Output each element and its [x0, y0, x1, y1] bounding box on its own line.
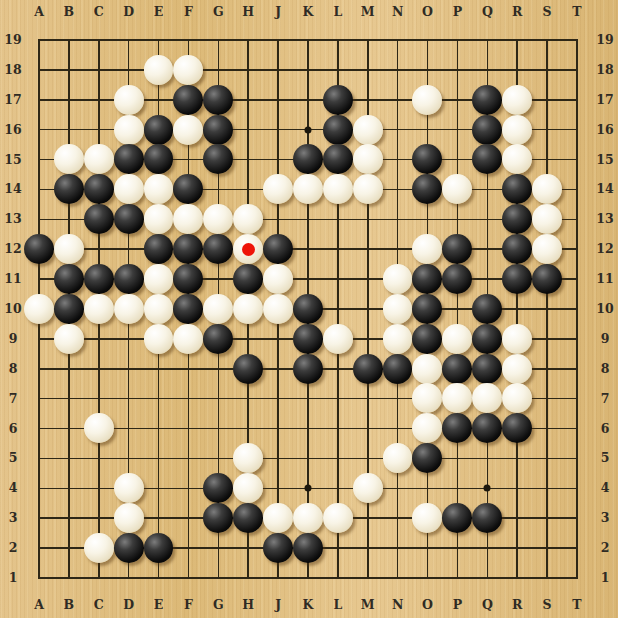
point-O4[interactable]: [412, 473, 442, 503]
coord-label-left-17: 17: [2, 92, 24, 108]
point-G2[interactable]: [203, 533, 233, 563]
point-S7[interactable]: [532, 384, 562, 414]
point-B7[interactable]: [54, 384, 84, 414]
point-T14[interactable]: [562, 174, 592, 204]
point-B3[interactable]: [54, 503, 84, 533]
point-R18[interactable]: [502, 55, 532, 85]
point-M1[interactable]: [353, 563, 383, 593]
point-M2[interactable]: [353, 533, 383, 563]
point-O18[interactable]: [412, 55, 442, 85]
point-E3[interactable]: [144, 503, 174, 533]
point-S5[interactable]: [532, 443, 562, 473]
coord-label-bottom-J: J: [267, 597, 289, 613]
coord-label-left-7: 7: [2, 391, 24, 407]
point-C7[interactable]: [84, 384, 114, 414]
point-F19[interactable]: [173, 25, 203, 55]
point-M19[interactable]: [353, 25, 383, 55]
point-C18[interactable]: [84, 55, 114, 85]
point-B13[interactable]: [54, 204, 84, 234]
point-K16[interactable]: [293, 115, 323, 145]
point-A8[interactable]: [24, 354, 54, 384]
point-A13[interactable]: [24, 204, 54, 234]
coord-label-right-6: 6: [594, 421, 616, 437]
point-P5[interactable]: [442, 443, 472, 473]
point-E1[interactable]: [144, 563, 174, 593]
point-R3[interactable]: [502, 503, 532, 533]
point-F7[interactable]: [173, 384, 203, 414]
point-H13: [233, 204, 263, 234]
point-S9[interactable]: [532, 324, 562, 354]
point-P15[interactable]: [442, 145, 472, 175]
point-P1[interactable]: [442, 563, 472, 593]
point-F6[interactable]: [173, 413, 203, 443]
point-K5[interactable]: [293, 443, 323, 473]
point-M12[interactable]: [353, 234, 383, 264]
point-D7[interactable]: [114, 384, 144, 414]
point-D18[interactable]: [114, 55, 144, 85]
point-L10[interactable]: [323, 294, 353, 324]
point-B5[interactable]: [54, 443, 84, 473]
point-S10[interactable]: [532, 294, 562, 324]
point-D11: [114, 264, 144, 294]
coord-label-bottom-G: G: [207, 597, 229, 613]
point-G19[interactable]: [203, 25, 233, 55]
point-L11[interactable]: [323, 264, 353, 294]
point-N3[interactable]: [383, 503, 413, 533]
point-C2: [84, 533, 114, 563]
point-D9[interactable]: [114, 324, 144, 354]
point-Q1[interactable]: [472, 563, 502, 593]
point-L5[interactable]: [323, 443, 353, 473]
point-H1[interactable]: [233, 563, 263, 593]
point-N16[interactable]: [383, 115, 413, 145]
point-B8[interactable]: [54, 354, 84, 384]
point-J18[interactable]: [263, 55, 293, 85]
coord-label-top-H: H: [237, 4, 259, 20]
point-H14[interactable]: [233, 174, 263, 204]
point-Q19[interactable]: [472, 25, 502, 55]
coord-label-left-18: 18: [2, 62, 24, 78]
point-B18[interactable]: [54, 55, 84, 85]
point-M5[interactable]: [353, 443, 383, 473]
point-L18[interactable]: [323, 55, 353, 85]
point-J5[interactable]: [263, 443, 293, 473]
point-G14[interactable]: [203, 174, 233, 204]
point-K18[interactable]: [293, 55, 323, 85]
point-R9: [502, 324, 532, 354]
point-L4[interactable]: [323, 473, 353, 503]
point-Q2[interactable]: [472, 533, 502, 563]
point-E8[interactable]: [144, 354, 174, 384]
point-F8[interactable]: [173, 354, 203, 384]
point-Q16: [472, 115, 502, 145]
point-E4[interactable]: [144, 473, 174, 503]
point-O6: [412, 413, 442, 443]
point-F5[interactable]: [173, 443, 203, 473]
point-T1[interactable]: [562, 563, 592, 593]
point-D8[interactable]: [114, 354, 144, 384]
point-G1[interactable]: [203, 563, 233, 593]
point-S4[interactable]: [532, 473, 562, 503]
point-M3[interactable]: [353, 503, 383, 533]
point-G18[interactable]: [203, 55, 233, 85]
point-M13[interactable]: [353, 204, 383, 234]
point-E7[interactable]: [144, 384, 174, 414]
point-H17[interactable]: [233, 85, 263, 115]
point-N7[interactable]: [383, 384, 413, 414]
point-J4[interactable]: [263, 473, 293, 503]
point-R19[interactable]: [502, 25, 532, 55]
coord-label-top-P: P: [446, 4, 468, 20]
point-C4[interactable]: [84, 473, 114, 503]
point-K9: [293, 324, 323, 354]
point-D6[interactable]: [114, 413, 144, 443]
point-J16[interactable]: [263, 115, 293, 145]
point-L6[interactable]: [323, 413, 353, 443]
point-C12[interactable]: [84, 234, 114, 264]
black-stone-F11: [173, 264, 203, 294]
point-C1[interactable]: [84, 563, 114, 593]
point-L19[interactable]: [323, 25, 353, 55]
point-R6: [502, 413, 532, 443]
point-C5[interactable]: [84, 443, 114, 473]
point-H2[interactable]: [233, 533, 263, 563]
point-K11[interactable]: [293, 264, 323, 294]
point-H6[interactable]: [233, 413, 263, 443]
point-F4[interactable]: [173, 473, 203, 503]
point-F1[interactable]: [173, 563, 203, 593]
point-A10: [24, 294, 54, 324]
point-B17[interactable]: [54, 85, 84, 115]
point-C8[interactable]: [84, 354, 114, 384]
point-T3[interactable]: [562, 503, 592, 533]
point-A6[interactable]: [24, 413, 54, 443]
point-N6[interactable]: [383, 413, 413, 443]
point-S1[interactable]: [532, 563, 562, 593]
point-R4[interactable]: [502, 473, 532, 503]
black-stone-Q8: [472, 354, 502, 384]
point-J17[interactable]: [263, 85, 293, 115]
point-B16[interactable]: [54, 115, 84, 145]
point-O13[interactable]: [412, 204, 442, 234]
point-A7[interactable]: [24, 384, 54, 414]
coord-label-right-12: 12: [594, 241, 616, 257]
point-K19[interactable]: [293, 25, 323, 55]
point-T15[interactable]: [562, 145, 592, 175]
point-O1[interactable]: [412, 563, 442, 593]
white-stone-R9: [502, 324, 532, 354]
point-T18[interactable]: [562, 55, 592, 85]
point-P17[interactable]: [442, 85, 472, 115]
white-stone-N9: [383, 324, 413, 354]
point-T4[interactable]: [562, 473, 592, 503]
point-S2[interactable]: [532, 533, 562, 563]
point-M17[interactable]: [353, 85, 383, 115]
point-G8[interactable]: [203, 354, 233, 384]
point-J2: [263, 533, 293, 563]
point-B2[interactable]: [54, 533, 84, 563]
coord-label-right-5: 5: [594, 450, 616, 466]
point-S8[interactable]: [532, 354, 562, 384]
point-E18: [144, 55, 174, 85]
point-C3[interactable]: [84, 503, 114, 533]
point-Q11[interactable]: [472, 264, 502, 294]
point-N19[interactable]: [383, 25, 413, 55]
point-K7[interactable]: [293, 384, 323, 414]
point-P19[interactable]: [442, 25, 472, 55]
point-B1[interactable]: [54, 563, 84, 593]
point-R10[interactable]: [502, 294, 532, 324]
black-stone-G17: [203, 85, 233, 115]
point-P6: [442, 413, 472, 443]
point-M6[interactable]: [353, 413, 383, 443]
white-stone-O17: [412, 85, 442, 115]
point-G11[interactable]: [203, 264, 233, 294]
point-G7[interactable]: [203, 384, 233, 414]
point-T8[interactable]: [562, 354, 592, 384]
point-A9[interactable]: [24, 324, 54, 354]
point-C11: [84, 264, 114, 294]
point-L13[interactable]: [323, 204, 353, 234]
point-Q4[interactable]: [472, 473, 502, 503]
point-N14[interactable]: [383, 174, 413, 204]
point-N5: [383, 443, 413, 473]
coord-label-bottom-K: K: [297, 597, 319, 613]
point-B6[interactable]: [54, 413, 84, 443]
point-N12[interactable]: [383, 234, 413, 264]
point-L2[interactable]: [323, 533, 353, 563]
white-stone-J3: [263, 503, 293, 533]
point-K12[interactable]: [293, 234, 323, 264]
coord-label-right-4: 4: [594, 480, 616, 496]
point-J13[interactable]: [263, 204, 293, 234]
point-A18[interactable]: [24, 55, 54, 85]
point-O16[interactable]: [412, 115, 442, 145]
point-A3[interactable]: [24, 503, 54, 533]
black-stone-K2: [293, 533, 323, 563]
point-J8[interactable]: [263, 354, 293, 384]
point-N18[interactable]: [383, 55, 413, 85]
point-A1[interactable]: [24, 563, 54, 593]
point-C16[interactable]: [84, 115, 114, 145]
point-T11[interactable]: [562, 264, 592, 294]
white-stone-P14: [442, 174, 472, 204]
point-T5[interactable]: [562, 443, 592, 473]
point-D3: [114, 503, 144, 533]
point-T9[interactable]: [562, 324, 592, 354]
point-F3[interactable]: [173, 503, 203, 533]
point-Q10: [472, 294, 502, 324]
point-F2[interactable]: [173, 533, 203, 563]
point-E5[interactable]: [144, 443, 174, 473]
point-M18[interactable]: [353, 55, 383, 85]
point-K6[interactable]: [293, 413, 323, 443]
point-T16[interactable]: [562, 115, 592, 145]
point-F16: [173, 115, 203, 145]
black-stone-F10: [173, 294, 203, 324]
point-S3[interactable]: [532, 503, 562, 533]
point-J15[interactable]: [263, 145, 293, 175]
point-K13[interactable]: [293, 204, 323, 234]
point-N17[interactable]: [383, 85, 413, 115]
point-P16[interactable]: [442, 115, 472, 145]
point-Q7: [472, 384, 502, 414]
point-A4[interactable]: [24, 473, 54, 503]
white-stone-E18: [144, 55, 174, 85]
point-S6[interactable]: [532, 413, 562, 443]
black-stone-Q16: [472, 115, 502, 145]
point-Q5[interactable]: [472, 443, 502, 473]
point-S15[interactable]: [532, 145, 562, 175]
point-C19[interactable]: [84, 25, 114, 55]
point-K4[interactable]: [293, 473, 323, 503]
point-H9[interactable]: [233, 324, 263, 354]
point-R1[interactable]: [502, 563, 532, 593]
point-P7: [442, 384, 472, 414]
point-T13[interactable]: [562, 204, 592, 234]
coord-label-bottom-O: O: [417, 597, 439, 613]
point-B19[interactable]: [54, 25, 84, 55]
white-stone-F9: [173, 324, 203, 354]
point-A5[interactable]: [24, 443, 54, 473]
point-G6[interactable]: [203, 413, 233, 443]
point-A2[interactable]: [24, 533, 54, 563]
point-J7[interactable]: [263, 384, 293, 414]
point-H7[interactable]: [233, 384, 263, 414]
point-B4[interactable]: [54, 473, 84, 503]
point-S16[interactable]: [532, 115, 562, 145]
point-T19[interactable]: [562, 25, 592, 55]
white-stone-A10: [24, 294, 54, 324]
point-O19[interactable]: [412, 25, 442, 55]
black-stone-A12: [24, 234, 54, 264]
point-T10[interactable]: [562, 294, 592, 324]
point-K15: [293, 145, 323, 175]
point-D5[interactable]: [114, 443, 144, 473]
point-P18[interactable]: [442, 55, 472, 85]
point-R5[interactable]: [502, 443, 532, 473]
point-L8[interactable]: [323, 354, 353, 384]
point-S17[interactable]: [532, 85, 562, 115]
point-J9[interactable]: [263, 324, 293, 354]
white-stone-S14: [532, 174, 562, 204]
coord-label-left-8: 8: [2, 361, 24, 377]
point-N4[interactable]: [383, 473, 413, 503]
point-L1[interactable]: [323, 563, 353, 593]
coord-label-bottom-B: B: [58, 597, 80, 613]
point-O5: [412, 443, 442, 473]
point-P13[interactable]: [442, 204, 472, 234]
point-A17[interactable]: [24, 85, 54, 115]
point-A11[interactable]: [24, 264, 54, 294]
point-E19[interactable]: [144, 25, 174, 55]
point-E17[interactable]: [144, 85, 174, 115]
point-T17[interactable]: [562, 85, 592, 115]
point-C9[interactable]: [84, 324, 114, 354]
point-L7[interactable]: [323, 384, 353, 414]
point-D17: [114, 85, 144, 115]
point-F10: [173, 294, 203, 324]
point-A15[interactable]: [24, 145, 54, 175]
point-Q14[interactable]: [472, 174, 502, 204]
point-G5[interactable]: [203, 443, 233, 473]
point-D19[interactable]: [114, 25, 144, 55]
point-F15[interactable]: [173, 145, 203, 175]
point-G10: [203, 294, 233, 324]
white-stone-H4: [233, 473, 263, 503]
point-A19[interactable]: [24, 25, 54, 55]
point-M14: [353, 174, 383, 204]
point-K17[interactable]: [293, 85, 323, 115]
point-S19[interactable]: [532, 25, 562, 55]
point-H16[interactable]: [233, 115, 263, 145]
point-M7[interactable]: [353, 384, 383, 414]
point-T7[interactable]: [562, 384, 592, 414]
black-stone-O10: [412, 294, 442, 324]
point-A16[interactable]: [24, 115, 54, 145]
point-N1[interactable]: [383, 563, 413, 593]
black-stone-P3: [442, 503, 472, 533]
point-Q12[interactable]: [472, 234, 502, 264]
point-T12[interactable]: [562, 234, 592, 264]
point-E9: [144, 324, 174, 354]
white-stone-O8: [412, 354, 442, 384]
point-J6[interactable]: [263, 413, 293, 443]
point-D1[interactable]: [114, 563, 144, 593]
point-C10: [84, 294, 114, 324]
point-H19[interactable]: [233, 25, 263, 55]
point-S18[interactable]: [532, 55, 562, 85]
white-stone-B15: [54, 144, 84, 174]
point-O11: [412, 264, 442, 294]
black-stone-Q15: [472, 144, 502, 174]
point-C17[interactable]: [84, 85, 114, 115]
point-K1[interactable]: [293, 563, 323, 593]
point-D12[interactable]: [114, 234, 144, 264]
coord-label-top-N: N: [387, 4, 409, 20]
black-stone-O5: [412, 443, 442, 473]
white-stone-L14: [323, 174, 353, 204]
point-L12[interactable]: [323, 234, 353, 264]
point-A14[interactable]: [24, 174, 54, 204]
point-J19[interactable]: [263, 25, 293, 55]
point-Q13[interactable]: [472, 204, 502, 234]
point-P4[interactable]: [442, 473, 472, 503]
coord-label-bottom-E: E: [148, 597, 170, 613]
point-N2[interactable]: [383, 533, 413, 563]
point-M11[interactable]: [353, 264, 383, 294]
point-Q18[interactable]: [472, 55, 502, 85]
point-L14: [323, 174, 353, 204]
point-M9[interactable]: [353, 324, 383, 354]
point-H18[interactable]: [233, 55, 263, 85]
point-J11: [263, 264, 293, 294]
point-R8: [502, 354, 532, 384]
point-E6[interactable]: [144, 413, 174, 443]
point-T6[interactable]: [562, 413, 592, 443]
point-M10[interactable]: [353, 294, 383, 324]
point-T2[interactable]: [562, 533, 592, 563]
point-H15[interactable]: [233, 145, 263, 175]
black-stone-J12: [263, 234, 293, 264]
point-N15[interactable]: [383, 145, 413, 175]
point-R2[interactable]: [502, 533, 532, 563]
point-N13[interactable]: [383, 204, 413, 234]
point-J1[interactable]: [263, 563, 293, 593]
point-P2[interactable]: [442, 533, 472, 563]
point-O2[interactable]: [412, 533, 442, 563]
point-P10[interactable]: [442, 294, 472, 324]
